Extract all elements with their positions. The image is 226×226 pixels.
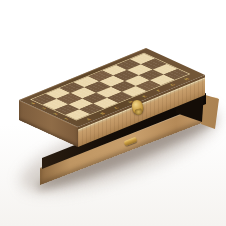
chess-box-photo: ABCDEFGH 4321 (0, 0, 226, 226)
